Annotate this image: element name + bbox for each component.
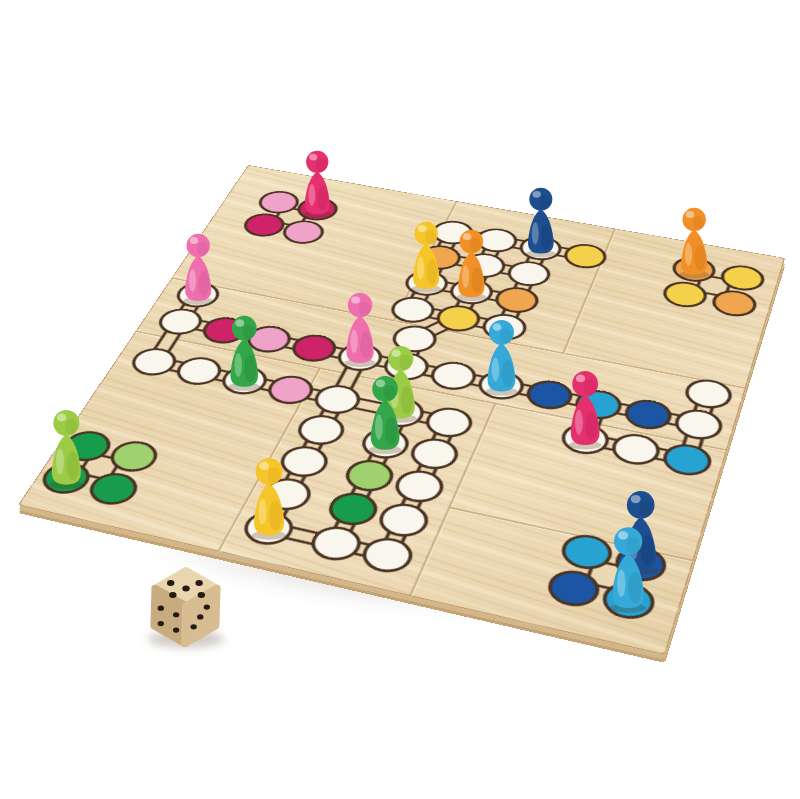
- scene: [0, 0, 800, 799]
- pawn-navy-blue-a[interactable]: [522, 186, 560, 258]
- die[interactable]: [144, 560, 228, 652]
- pawn-lime-green-a[interactable]: [45, 408, 88, 490]
- pawn-pink-b[interactable]: [340, 291, 380, 368]
- pawn-sky-blue-b[interactable]: [605, 525, 651, 614]
- pawn-green-a[interactable]: [224, 314, 265, 392]
- pawn-yellow-a[interactable]: [407, 220, 445, 294]
- pawn-orange-b[interactable]: [675, 206, 713, 280]
- pawn-orange-a[interactable]: [452, 228, 491, 302]
- pawn-green-b[interactable]: [364, 374, 406, 455]
- pawn-dark-pink-b[interactable]: [564, 369, 606, 450]
- pawn-yellow-b[interactable]: [247, 456, 291, 541]
- pawn-dark-pink-a[interactable]: [299, 149, 335, 219]
- pawn-sky-blue-a[interactable]: [481, 318, 522, 397]
- pawn-pink-a[interactable]: [179, 232, 217, 306]
